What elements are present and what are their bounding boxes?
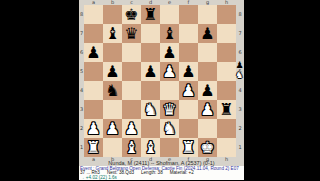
black-knight: ♞: [103, 81, 122, 100]
engine-eval-line: → +4.02 (22) 1.6s: [80, 176, 243, 181]
black-rook: ♜: [141, 5, 160, 24]
white-pawn: ♟: [103, 119, 122, 138]
black-pawn: ♟: [160, 43, 179, 62]
game-length: Length: 38: [141, 171, 163, 176]
square-g3: ♟: [198, 100, 217, 119]
square-b6: [103, 43, 122, 62]
black-pawn: ♟: [198, 24, 217, 43]
black-pawn: ♟: [141, 62, 160, 81]
square-e6: ♟: [160, 43, 179, 62]
square-e3: ♛: [160, 100, 179, 119]
square-f1: ♜: [179, 138, 198, 157]
black-pawn: ♟: [103, 62, 122, 81]
square-g1: ♚: [198, 138, 217, 157]
rank-label-8: 8: [237, 5, 243, 24]
white-pawn: ♟: [84, 119, 103, 138]
white-bishop: ♝: [141, 138, 160, 157]
square-e2: ♞: [160, 119, 179, 138]
white-bishop: ♝: [122, 138, 141, 157]
square-c3: [122, 100, 141, 119]
square-g7: ♟: [198, 24, 217, 43]
square-d5: ♟: [141, 62, 160, 81]
white-pawn: ♟: [198, 100, 217, 119]
white-pawn: ♟: [160, 62, 179, 81]
square-d3: ♞: [141, 100, 160, 119]
square-h7: [217, 24, 236, 43]
square-h6: [217, 43, 236, 62]
white-rook: ♜: [84, 138, 103, 157]
square-c8: ♚: [122, 5, 141, 24]
rank-label-3: 3: [237, 100, 243, 119]
black-bishop: ♝: [103, 24, 122, 43]
square-e7: ♝: [160, 24, 179, 43]
square-d8: ♜: [141, 5, 160, 24]
square-b5: ♟: [103, 62, 122, 81]
white-queen: ♛: [160, 100, 179, 119]
black-extra-pawn-icon: ♟: [235, 60, 243, 70]
square-g8: [198, 5, 217, 24]
black-king: ♚: [122, 5, 141, 24]
square-a4: [84, 81, 103, 100]
square-c2: ♟: [122, 119, 141, 138]
material-difference-tray: ♟ ♞: [235, 60, 244, 80]
square-a5: [84, 62, 103, 81]
white-king: ♚: [198, 138, 217, 157]
black-pawn: ♟: [198, 81, 217, 100]
square-f8: [179, 5, 198, 24]
material-count: Material: +2: [170, 171, 194, 176]
letterbox-left: [0, 0, 79, 180]
black-pawn: ♟: [179, 62, 198, 81]
square-e8: [160, 5, 179, 24]
square-e5: ♟: [160, 62, 179, 81]
white-knight: ♞: [141, 100, 160, 119]
square-e4: [160, 81, 179, 100]
square-f7: [179, 24, 198, 43]
white-pawn: ♟: [179, 81, 198, 100]
square-c6: [122, 43, 141, 62]
letterbox-right: [244, 0, 320, 180]
white-extra-knight-icon: ♞: [235, 70, 243, 80]
square-d1: ♝: [141, 138, 160, 157]
square-g4: ♟: [198, 81, 217, 100]
square-d4: [141, 81, 160, 100]
rank-label-2: 2: [237, 119, 243, 138]
square-g2: [198, 119, 217, 138]
video-frame: abcdefgh 87654321 87654321 ♚♜♝♛♝♟♟♟♟♟♟♟♞…: [0, 0, 320, 180]
square-b8: [103, 5, 122, 24]
square-a3: [84, 100, 103, 119]
rank-label-1: 1: [237, 138, 243, 157]
square-d7: [141, 24, 160, 43]
black-bishop: ♝: [160, 24, 179, 43]
square-e1: [160, 138, 179, 157]
square-b1: [103, 138, 122, 157]
square-a2: ♟: [84, 119, 103, 138]
game-info-strip: Event : Grand Belgrano Open Defensa: Cao…: [79, 166, 244, 180]
square-f6: [179, 43, 198, 62]
square-a6: ♟: [84, 43, 103, 62]
square-d6: [141, 43, 160, 62]
square-c7: ♛: [122, 24, 141, 43]
square-b3: [103, 100, 122, 119]
square-h2: [217, 119, 236, 138]
square-b2: ♟: [103, 119, 122, 138]
rank-label-4: 4: [237, 81, 243, 100]
chess-board: ♚♜♝♛♝♟♟♟♟♟♟♟♞♟♟♞♛♟♜♟♟♟♞♜♝♝♜♚: [84, 5, 236, 157]
square-f3: [179, 100, 198, 119]
square-h3: ♜: [217, 100, 236, 119]
square-g6: [198, 43, 217, 62]
square-f5: ♟: [179, 62, 198, 81]
square-h8: [217, 5, 236, 24]
black-rook: ♜: [217, 100, 236, 119]
square-g5: [198, 62, 217, 81]
square-c5: [122, 62, 141, 81]
black-queen: ♛: [122, 24, 141, 43]
rank-label-7: 7: [237, 24, 243, 43]
white-pawn: ♟: [122, 119, 141, 138]
white-rook: ♜: [179, 138, 198, 157]
rank-labels-right: 87654321: [237, 5, 243, 157]
black-pawn: ♟: [84, 43, 103, 62]
square-h4: [217, 81, 236, 100]
square-a1: ♜: [84, 138, 103, 157]
square-b7: ♝: [103, 24, 122, 43]
square-b4: ♞: [103, 81, 122, 100]
square-d2: [141, 119, 160, 138]
square-c1: ♝: [122, 138, 141, 157]
square-a8: [84, 5, 103, 24]
chess-gui-panel: abcdefgh 87654321 87654321 ♚♜♝♛♝♟♟♟♟♟♟♟♞…: [79, 0, 244, 180]
white-knight: ♞: [160, 119, 179, 138]
square-f4: ♟: [179, 81, 198, 100]
square-a7: [84, 24, 103, 43]
square-f2: [179, 119, 198, 138]
square-h1: [217, 138, 236, 157]
square-h5: [217, 62, 236, 81]
square-c4: [122, 81, 141, 100]
